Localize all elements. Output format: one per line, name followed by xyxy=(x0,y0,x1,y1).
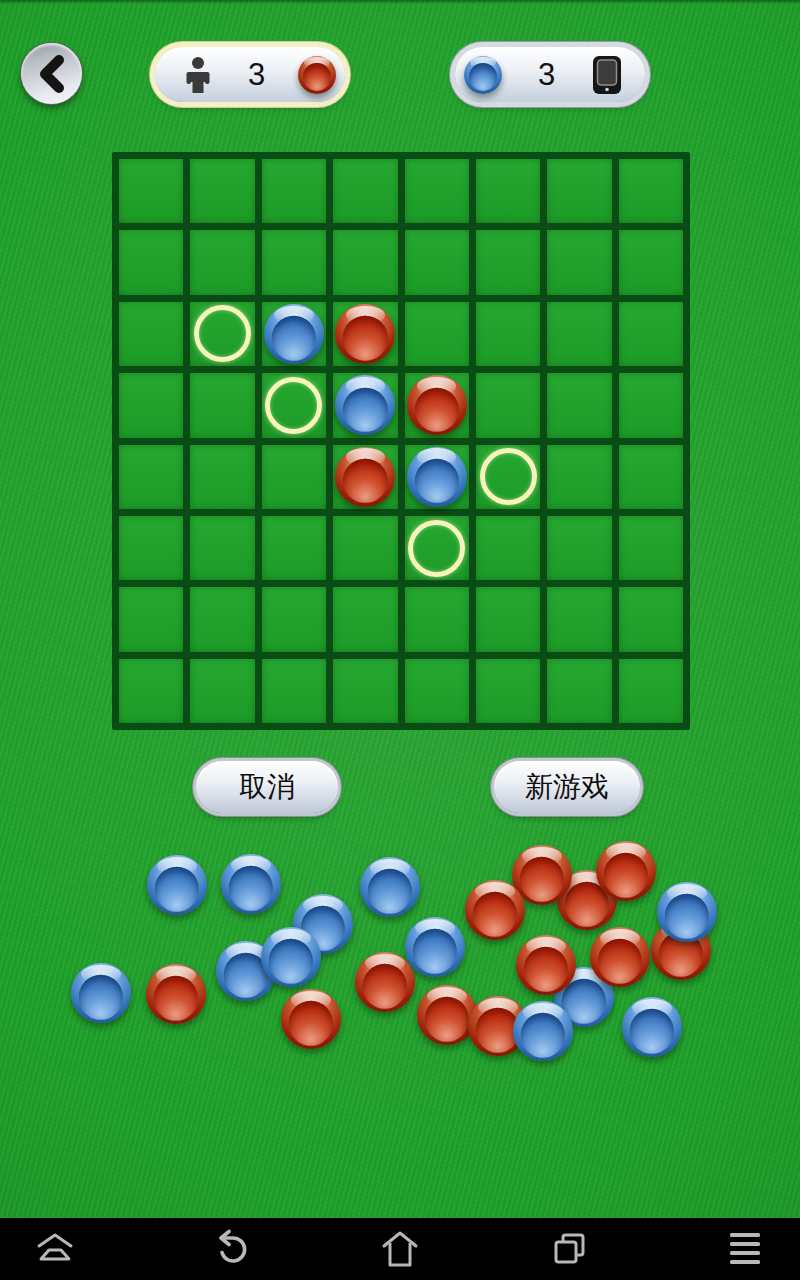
new-game-button-label: 新游戏 xyxy=(525,768,609,806)
player-score-pill: 3 xyxy=(155,47,345,102)
blue-disc xyxy=(264,304,324,364)
board-cell-r3c0[interactable] xyxy=(119,373,183,437)
chevron-left-icon xyxy=(35,54,69,94)
board-cell-r4c4[interactable] xyxy=(405,445,469,509)
spare-red-disc[interactable] xyxy=(146,964,206,1024)
recents-icon[interactable] xyxy=(547,1226,593,1272)
board-cell-r2c6[interactable] xyxy=(547,302,611,366)
board-cell-r5c6[interactable] xyxy=(547,516,611,580)
board-cell-r0c1[interactable] xyxy=(190,159,254,223)
spare-red-disc[interactable] xyxy=(355,952,415,1012)
spare-blue-disc[interactable] xyxy=(405,917,465,977)
board-cell-r4c6[interactable] xyxy=(547,445,611,509)
blue-disc-icon xyxy=(464,56,502,94)
board-cell-r6c6[interactable] xyxy=(547,587,611,651)
board-cell-r1c6[interactable] xyxy=(547,230,611,294)
board-cell-r2c2[interactable] xyxy=(262,302,326,366)
legal-move-hint[interactable] xyxy=(194,305,251,362)
board-cell-r0c2[interactable] xyxy=(262,159,326,223)
red-disc xyxy=(335,447,395,507)
spare-blue-disc[interactable] xyxy=(221,854,281,914)
board-cell-r0c0[interactable] xyxy=(119,159,183,223)
board-cell-r2c0[interactable] xyxy=(119,302,183,366)
cancel-button[interactable]: 取消 xyxy=(196,761,338,813)
board xyxy=(112,152,690,730)
board-cell-r0c4[interactable] xyxy=(405,159,469,223)
home-icon[interactable] xyxy=(377,1226,423,1272)
spare-blue-disc[interactable] xyxy=(622,997,682,1057)
board-cell-r1c1[interactable] xyxy=(190,230,254,294)
board-cell-r5c0[interactable] xyxy=(119,516,183,580)
board-cell-r4c1[interactable] xyxy=(190,445,254,509)
spare-blue-disc[interactable] xyxy=(657,882,717,942)
board-cell-r0c5[interactable] xyxy=(476,159,540,223)
menu-icon[interactable] xyxy=(722,1226,768,1272)
board-cell-r5c4[interactable] xyxy=(405,516,469,580)
board-cell-r2c5[interactable] xyxy=(476,302,540,366)
legal-move-hint[interactable] xyxy=(480,448,537,505)
board-cell-r6c0[interactable] xyxy=(119,587,183,651)
board-cell-r5c1[interactable] xyxy=(190,516,254,580)
board-cell-r7c7[interactable] xyxy=(619,659,683,723)
player-score: 3 xyxy=(215,57,298,93)
person-icon xyxy=(181,55,215,95)
board-cell-r3c6[interactable] xyxy=(547,373,611,437)
new-game-button[interactable]: 新游戏 xyxy=(494,761,640,813)
board-cell-r7c0[interactable] xyxy=(119,659,183,723)
board-cell-r5c3[interactable] xyxy=(333,516,397,580)
cpu-score-pill: 3 xyxy=(455,47,645,102)
board-cell-r0c3[interactable] xyxy=(333,159,397,223)
red-disc xyxy=(335,304,395,364)
spare-red-disc[interactable] xyxy=(516,935,576,995)
board-cell-r2c4[interactable] xyxy=(405,302,469,366)
board-cell-r7c3[interactable] xyxy=(333,659,397,723)
board-cell-r2c7[interactable] xyxy=(619,302,683,366)
board-cell-r3c1[interactable] xyxy=(190,373,254,437)
board-cell-r7c4[interactable] xyxy=(405,659,469,723)
board-cell-r6c1[interactable] xyxy=(190,587,254,651)
cpu-score: 3 xyxy=(502,57,591,93)
board-cell-r3c5[interactable] xyxy=(476,373,540,437)
spare-red-disc[interactable] xyxy=(596,841,656,901)
spare-blue-disc[interactable] xyxy=(261,927,321,987)
hide-navbar-icon[interactable] xyxy=(32,1226,78,1272)
board-cell-r1c5[interactable] xyxy=(476,230,540,294)
board-cell-r1c7[interactable] xyxy=(619,230,683,294)
board-cell-r0c7[interactable] xyxy=(619,159,683,223)
board-cell-r7c6[interactable] xyxy=(547,659,611,723)
spare-blue-disc[interactable] xyxy=(71,963,131,1023)
board-cell-r2c3[interactable] xyxy=(333,302,397,366)
blue-disc xyxy=(407,447,467,507)
spare-red-disc[interactable] xyxy=(465,880,525,940)
legal-move-hint[interactable] xyxy=(408,520,465,577)
board-cell-r3c2[interactable] xyxy=(262,373,326,437)
legal-move-hint[interactable] xyxy=(265,377,322,434)
board-cell-r3c4[interactable] xyxy=(405,373,469,437)
blue-disc xyxy=(335,375,395,435)
board-cell-r5c2[interactable] xyxy=(262,516,326,580)
red-disc-icon xyxy=(298,56,336,94)
board-cell-r4c5[interactable] xyxy=(476,445,540,509)
board-cell-r4c3[interactable] xyxy=(333,445,397,509)
android-navbar xyxy=(0,1218,800,1280)
board-cell-r7c5[interactable] xyxy=(476,659,540,723)
board-cell-r4c0[interactable] xyxy=(119,445,183,509)
back-icon[interactable] xyxy=(207,1226,253,1272)
spare-blue-disc[interactable] xyxy=(513,1001,573,1061)
spare-red-disc[interactable] xyxy=(281,989,341,1049)
board-cell-r5c7[interactable] xyxy=(619,516,683,580)
board-cell-r7c1[interactable] xyxy=(190,659,254,723)
board-cell-r7c2[interactable] xyxy=(262,659,326,723)
cancel-button-label: 取消 xyxy=(239,768,295,806)
board-cell-r1c4[interactable] xyxy=(405,230,469,294)
back-button[interactable] xyxy=(21,43,82,104)
spare-blue-disc[interactable] xyxy=(360,857,420,917)
spare-red-disc[interactable] xyxy=(417,985,477,1045)
board-cell-r6c3[interactable] xyxy=(333,587,397,651)
spare-red-disc[interactable] xyxy=(590,927,650,987)
board-cell-r6c2[interactable] xyxy=(262,587,326,651)
device-icon xyxy=(591,54,623,96)
board-cell-r4c7[interactable] xyxy=(619,445,683,509)
board-cell-r3c7[interactable] xyxy=(619,373,683,437)
board-cell-r4c2[interactable] xyxy=(262,445,326,509)
board-cell-r0c6[interactable] xyxy=(547,159,611,223)
board-cell-r3c3[interactable] xyxy=(333,373,397,437)
board-cell-r2c1[interactable] xyxy=(190,302,254,366)
red-disc xyxy=(407,375,467,435)
spare-blue-disc[interactable] xyxy=(147,855,207,915)
board-cell-r6c7[interactable] xyxy=(619,587,683,651)
board-cell-r1c2[interactable] xyxy=(262,230,326,294)
board-cell-r1c0[interactable] xyxy=(119,230,183,294)
board-cell-r6c4[interactable] xyxy=(405,587,469,651)
board-cell-r1c3[interactable] xyxy=(333,230,397,294)
board-cell-r5c5[interactable] xyxy=(476,516,540,580)
board-cell-r6c5[interactable] xyxy=(476,587,540,651)
